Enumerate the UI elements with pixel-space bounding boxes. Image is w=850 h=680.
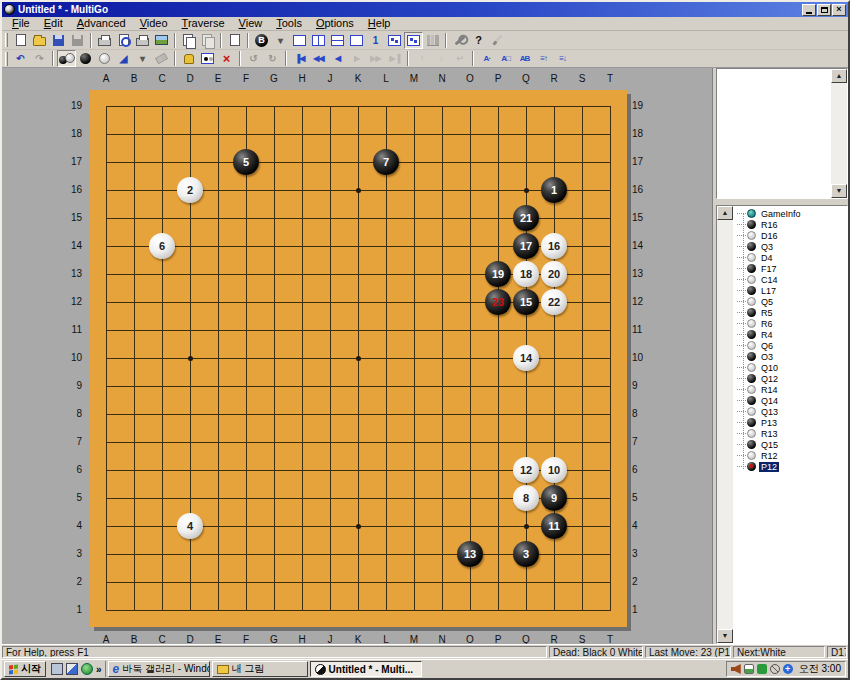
windows-logo-icon: [9, 664, 18, 674]
scroll-down-icon[interactable]: ▼: [831, 184, 847, 198]
tree-item-label: R14: [759, 385, 780, 395]
stone-Q14[interactable]: 17: [513, 233, 539, 259]
stone-number: 10: [548, 464, 560, 476]
status-last-move: Last Move: 23 (P12): [645, 646, 731, 658]
move-stone-icon: [747, 286, 756, 295]
nav-back-10-button[interactable]: ◀◀: [309, 50, 328, 67]
label-square-icon: A□: [501, 54, 510, 63]
print-button[interactable]: [133, 32, 152, 49]
stone-number: 5: [243, 156, 249, 168]
scroll-up-icon[interactable]: ▲: [717, 206, 733, 220]
tree-item-move-15[interactable]: Q12: [737, 373, 847, 384]
layout-split-vertical-icon: [312, 35, 325, 46]
coord-row-right-10: 10: [632, 352, 656, 363]
coord-col-top-M: M: [405, 73, 423, 84]
coord-col-top-B: B: [125, 73, 143, 84]
tree-branch-line: [737, 213, 746, 214]
coord-row-left-6: 6: [54, 464, 82, 475]
layout-single-button[interactable]: [290, 32, 309, 49]
coord-col-top-S: S: [573, 73, 591, 84]
quick-launch-bar: »: [48, 661, 106, 677]
tree-item-move-8[interactable]: Q5: [737, 296, 847, 307]
tree-item-label: R16: [759, 220, 780, 230]
tree-pane-toggle-button[interactable]: [385, 32, 404, 49]
show-desktop-icon[interactable]: [66, 663, 78, 675]
stone-R12[interactable]: 22: [541, 289, 567, 315]
alternate-move-mode-icon: [59, 53, 74, 65]
taskbar-clock: 오전 3:00: [796, 662, 841, 676]
tree-item-move-16[interactable]: R14: [737, 384, 847, 395]
stone-number: 6: [159, 240, 165, 252]
tree-item-move-21[interactable]: Q15: [737, 439, 847, 450]
list-move-up-button[interactable]: ≡↑: [534, 50, 553, 67]
print-setup-button[interactable]: [95, 32, 114, 49]
annotate-pencil-icon: [492, 34, 502, 45]
coord-row-left-3: 3: [54, 548, 82, 559]
save-as-button: [68, 32, 87, 49]
tree-item-label: O3: [759, 352, 775, 362]
coord-row-left-17: 17: [54, 156, 82, 167]
tree-item-gameinfo[interactable]: GameInfo: [737, 208, 847, 219]
label-letter-icon: A∙: [484, 54, 490, 63]
label-square-button[interactable]: A□: [496, 50, 515, 67]
star-point-D10: [188, 356, 193, 361]
restore-icon: [821, 7, 828, 13]
scroll-up-icon[interactable]: ▲: [831, 69, 847, 83]
coord-row-right-16: 16: [632, 184, 656, 195]
stone-C14[interactable]: 6: [149, 233, 175, 259]
coord-row-left-4: 4: [54, 520, 82, 531]
move-stone-icon: [747, 264, 756, 273]
coord-col-bottom-E: E: [209, 634, 227, 644]
open-file-button[interactable]: [30, 32, 49, 49]
tree-item-label: P12: [759, 462, 779, 472]
tree-branch-line: [737, 433, 746, 434]
delete-node-button[interactable]: ×: [217, 50, 236, 67]
comment-text[interactable]: [717, 69, 831, 198]
coord-row-left-10: 10: [54, 352, 82, 363]
toolbar-separator: [247, 33, 249, 48]
status-cursor-coord: D17: [827, 646, 847, 658]
coord-col-top-H: H: [293, 73, 311, 84]
context-help-button[interactable]: ?: [469, 32, 488, 49]
quick-launch-overflow-chevron[interactable]: »: [96, 664, 102, 675]
stone-R4[interactable]: 11: [541, 513, 567, 539]
eraser-icon: [155, 53, 168, 65]
coord-col-top-F: F: [237, 73, 255, 84]
tree-item-move-17[interactable]: Q14: [737, 395, 847, 406]
coord-row-right-19: 19: [632, 100, 656, 111]
stone-R14[interactable]: 16: [541, 233, 567, 259]
coord-col-bottom-A: A: [97, 634, 115, 644]
move-stone-icon: [747, 429, 756, 438]
move-stone-icon: [747, 275, 756, 284]
rotate-ccw-icon: ↺: [249, 53, 257, 64]
coord-col-top-R: R: [545, 73, 563, 84]
task-button-1[interactable]: e바둑 갤러리 - Windo...: [108, 661, 210, 677]
redo-button: ↷: [30, 50, 49, 67]
stone-Q15[interactable]: 21: [513, 205, 539, 231]
stone-number: 19: [492, 268, 504, 280]
export-image-button[interactable]: [152, 32, 171, 49]
stone-numbers-dropdown-icon: ▾: [278, 35, 283, 46]
nav-first-button[interactable]: ▐◀: [290, 50, 309, 67]
tree-branch-line: [737, 378, 746, 379]
coord-col-top-J: J: [321, 73, 339, 84]
layout-split-horizontal-button[interactable]: [328, 32, 347, 49]
move-stone-icon: [747, 297, 756, 306]
stone-R5[interactable]: 9: [541, 485, 567, 511]
stone-number: 15: [520, 296, 532, 308]
move-stone-icon: [747, 385, 756, 394]
stone-number: 7: [383, 156, 389, 168]
task-label: 바둑 갤러리 - Windo...: [122, 662, 209, 676]
coord-col-top-L: L: [377, 73, 395, 84]
tree-branch-line: [737, 411, 746, 412]
coord-col-top-E: E: [209, 73, 227, 84]
nav-back-button[interactable]: ◀: [328, 50, 347, 67]
coord-col-bottom-Q: Q: [517, 634, 535, 644]
redo-icon: ↷: [35, 53, 43, 64]
black-stone-mode-icon: [80, 53, 91, 64]
coord-col-bottom-P: P: [489, 634, 507, 644]
move-stone-icon: [747, 363, 756, 372]
status-dead-count: Dead: Black 0 White 0: [549, 646, 643, 658]
variation-return-icon: ↩: [457, 54, 463, 63]
eraser-button: [152, 50, 171, 67]
menu-advanced[interactable]: Advanced: [70, 17, 133, 30]
layout-split-horizontal-icon: [331, 35, 344, 46]
stone-number: 8: [523, 492, 529, 504]
coord-row-right-15: 15: [632, 212, 656, 223]
white-stone-mode-button[interactable]: [95, 50, 114, 67]
new-file-button[interactable]: [11, 32, 30, 49]
move-stone-icon: [747, 242, 756, 251]
stone-P12[interactable]: 23: [485, 289, 511, 315]
stone-L17[interactable]: 7: [373, 149, 399, 175]
tree-item-move-20[interactable]: R13: [737, 428, 847, 439]
coord-row-left-18: 18: [54, 128, 82, 139]
coord-row-right-11: 11: [632, 324, 656, 335]
layout-plain-button[interactable]: [347, 32, 366, 49]
copy-icon: [183, 34, 195, 47]
coord-col-bottom-J: J: [321, 634, 339, 644]
move-stone-icon: [747, 462, 756, 471]
board-canvas[interactable]: 1234567891011121314151617181920212223 AA…: [2, 68, 712, 644]
menu-options[interactable]: Options: [309, 17, 361, 30]
tree-item-move-3[interactable]: Q3: [737, 241, 847, 252]
nav-forward-10-button: ▶▶: [366, 50, 385, 67]
tree-item-move-11[interactable]: R4: [737, 329, 847, 340]
coord-col-bottom-N: N: [433, 634, 451, 644]
tree-item-label: Q10: [759, 363, 780, 373]
move-stone-icon: [747, 220, 756, 229]
copy-special-icon: [202, 34, 214, 47]
star-point-Q4: [524, 524, 529, 529]
gameinfo-icon: [747, 209, 756, 218]
star-point-K10: [356, 356, 361, 361]
stone-Q12[interactable]: 15: [513, 289, 539, 315]
coord-row-right-2: 2: [632, 576, 656, 587]
tools-setup-button[interactable]: [450, 32, 469, 49]
variation-return-button: ↩: [450, 50, 469, 67]
tree-scrollbar[interactable]: ▲ ▼: [717, 206, 733, 643]
context-help-icon: ?: [475, 34, 482, 46]
coord-col-bottom-C: C: [153, 634, 171, 644]
menu-traverse[interactable]: Traverse: [175, 17, 232, 30]
rotate-ccw-button: ↺: [244, 50, 263, 67]
tree-item-move-22[interactable]: R12: [737, 450, 847, 461]
variation-down-button: ↓: [431, 50, 450, 67]
system-tray: + 오전 3:00: [726, 661, 846, 677]
coord-row-left-8: 8: [54, 408, 82, 419]
tree-item-label: P13: [759, 418, 779, 428]
coord-row-right-13: 13: [632, 268, 656, 279]
stone-R6[interactable]: 10: [541, 457, 567, 483]
move-stone-icon: [747, 440, 756, 449]
layout-split-vertical-button[interactable]: [309, 32, 328, 49]
stone-number: 21: [520, 212, 532, 224]
tree-branch-line: [737, 422, 746, 423]
marker-mode-button[interactable]: ◢: [114, 50, 133, 67]
game-info-button[interactable]: [225, 32, 244, 49]
label-text-button[interactable]: AB: [515, 50, 534, 67]
toolbar-separator: [285, 51, 287, 66]
coord-row-right-12: 12: [632, 296, 656, 307]
stone-Q10[interactable]: 14: [513, 345, 539, 371]
nav-forward-icon: ▶: [354, 54, 359, 63]
coord-col-top-P: P: [489, 73, 507, 84]
print-preview-button[interactable]: [114, 32, 133, 49]
title-bar[interactable]: Untitled * - MultiGo ×: [2, 2, 848, 17]
move-stone-icon: [747, 396, 756, 405]
move-stone-icon: [747, 407, 756, 416]
task-button-2[interactable]: 내 그림: [212, 661, 308, 677]
print-preview-icon: [119, 34, 129, 46]
move-stone-icon: [747, 418, 756, 427]
tree-branch-line: [737, 290, 746, 291]
annotate-pencil-button: [488, 32, 507, 49]
label-letter-button[interactable]: A∙: [477, 50, 496, 67]
volume-icon[interactable]: [731, 664, 741, 674]
tree-branch-line: [737, 356, 746, 357]
stone-number: 1: [551, 184, 557, 196]
stone-number: 20: [548, 268, 560, 280]
tree-item-label: D16: [759, 231, 780, 241]
toolbar-edit-navigate: ↶↷◢▾×↺↻▐◀◀◀◀▶▶▶▶▐↑↓↩A∙A□AB≡↑≡↓: [2, 50, 848, 68]
tree-item-move-1[interactable]: R16: [737, 219, 847, 230]
pass-move-icon: [184, 54, 194, 64]
move-stone-icon: [747, 374, 756, 383]
coord-row-left-11: 11: [54, 324, 82, 335]
status-bar: For Help, press F1 Dead: Black 0 White 0…: [2, 644, 848, 659]
menu-file[interactable]: File: [5, 17, 37, 30]
menu-edit[interactable]: Edit: [37, 17, 70, 30]
menu-view[interactable]: View: [232, 17, 270, 30]
coord-row-right-3: 3: [632, 548, 656, 559]
save-as-icon: [72, 35, 83, 46]
stone-D16[interactable]: 2: [177, 177, 203, 203]
setup-position-button[interactable]: [198, 50, 217, 67]
task-button-3[interactable]: Untitled * - Multi...: [310, 661, 422, 677]
variation-down-icon: ↓: [439, 54, 442, 63]
nav-back-10-icon: ◀◀: [313, 54, 323, 63]
stone-D4[interactable]: 4: [177, 513, 203, 539]
toolbar-standard: B▾1?: [2, 31, 848, 50]
stone-R13[interactable]: 20: [541, 261, 567, 287]
move-tree-list: GameInfoR16D16Q3D4F17C14L17Q5R5R6R4Q6O3Q…: [733, 206, 847, 643]
marker-dropdown-button[interactable]: ▾: [133, 50, 152, 67]
tree-item-label: Q13: [759, 407, 780, 417]
coord-col-bottom-G: G: [265, 634, 283, 644]
move-stone-icon: [747, 319, 756, 328]
tree-item-label: R6: [759, 319, 775, 329]
tree-item-move-9[interactable]: R5: [737, 307, 847, 318]
coord-row-right-17: 17: [632, 156, 656, 167]
coord-row-right-5: 5: [632, 492, 656, 503]
menu-video[interactable]: Video: [133, 17, 175, 30]
multigo-icon: [315, 664, 326, 675]
save-file-button[interactable]: [49, 32, 68, 49]
toolbar-separator: [90, 33, 92, 48]
tree-item-move-5[interactable]: F17: [737, 263, 847, 274]
stone-number: 16: [548, 240, 560, 252]
restore-button[interactable]: [817, 4, 831, 16]
export-image-icon: [155, 35, 168, 45]
tree-item-move-19[interactable]: P13: [737, 417, 847, 428]
menu-help[interactable]: Help: [361, 17, 398, 30]
move-stone-icon: [747, 253, 756, 262]
coord-col-top-D: D: [181, 73, 199, 84]
tree-item-move-7[interactable]: L17: [737, 285, 847, 296]
move-tree-panel[interactable]: ▲ ▼ GameInfoR16D16Q3D4F17C14L17Q5R5R6R4Q…: [716, 205, 848, 644]
close-button[interactable]: ×: [832, 4, 846, 16]
move-stone-icon: [747, 330, 756, 339]
toolbar-separator: [239, 51, 241, 66]
move-stone-icon: [747, 341, 756, 350]
move-number-display-icon: 1: [373, 35, 379, 46]
tree-item-move-12[interactable]: Q6: [737, 340, 847, 351]
antivirus-icon[interactable]: [757, 664, 767, 674]
black-stone-mode-button[interactable]: [76, 50, 95, 67]
stone-R16[interactable]: 1: [541, 177, 567, 203]
stone-Q5[interactable]: 8: [513, 485, 539, 511]
comment-scrollbar[interactable]: ▲ ▼: [831, 69, 847, 198]
stone-number: 14: [520, 352, 532, 364]
scroll-down-icon[interactable]: ▼: [717, 629, 733, 643]
tree-item-label: R13: [759, 429, 780, 439]
start-button[interactable]: 시작: [4, 661, 46, 677]
list-move-up-icon: ≡↑: [540, 54, 547, 63]
tree-item-move-4[interactable]: D4: [737, 252, 847, 263]
stone-number: 9: [551, 492, 557, 504]
input-method-icon[interactable]: [744, 664, 754, 674]
coord-row-left-12: 12: [54, 296, 82, 307]
tree-branch-line: [737, 400, 746, 401]
stone-F17[interactable]: 5: [233, 149, 259, 175]
stone-numbers-dropdown-button[interactable]: ▾: [271, 32, 290, 49]
app-icon: [4, 4, 15, 15]
coord-col-top-C: C: [153, 73, 171, 84]
tree-branch-line: [737, 455, 746, 456]
pass-move-button[interactable]: [179, 50, 198, 67]
stone-Q13[interactable]: 18: [513, 261, 539, 287]
coord-row-right-6: 6: [632, 464, 656, 475]
tree-item-move-18[interactable]: Q13: [737, 406, 847, 417]
task-buttons: e바둑 갤러리 - Windo...내 그림Untitled * - Multi…: [108, 661, 422, 677]
quick-launch-app-icon[interactable]: [51, 663, 63, 675]
multigo-window: Untitled * - MultiGo × FileEditAdvancedV…: [0, 0, 850, 680]
taskbar: 시작 » e바둑 갤러리 - Windo...내 그림Untitled * - …: [2, 659, 848, 678]
toolbar-grip: [5, 33, 8, 47]
coord-col-bottom-K: K: [349, 634, 367, 644]
tree-item-move-14[interactable]: Q10: [737, 362, 847, 373]
stone-Q6[interactable]: 12: [513, 457, 539, 483]
nav-last-button: ▶▐: [385, 50, 404, 67]
coord-col-bottom-H: H: [293, 634, 311, 644]
tools-setup-icon: [454, 35, 465, 45]
tree-item-label: Q14: [759, 396, 780, 406]
comment-panel[interactable]: ▲ ▼: [716, 68, 848, 199]
menu-bar: FileEditAdvancedVideoTraverseViewToolsOp…: [2, 17, 848, 31]
stone-P13[interactable]: 19: [485, 261, 511, 287]
copy-button[interactable]: [179, 32, 198, 49]
star-point-K4: [356, 524, 361, 529]
variation-up-button: ↑: [412, 50, 431, 67]
tree-item-move-13[interactable]: O3: [737, 351, 847, 362]
coord-col-bottom-R: R: [545, 634, 563, 644]
copy-special-button: [198, 32, 217, 49]
coord-col-bottom-F: F: [237, 634, 255, 644]
tree-item-move-10[interactable]: R6: [737, 318, 847, 329]
layout-single-icon: [293, 35, 306, 46]
stone-number: 4: [187, 520, 193, 532]
coord-col-bottom-B: B: [125, 634, 143, 644]
undo-button[interactable]: ↶: [11, 50, 30, 67]
toolbar-separator: [445, 33, 447, 48]
minimize-button[interactable]: [802, 4, 816, 16]
tree-item-label: Q5: [759, 297, 775, 307]
tree-item-move-23[interactable]: P12: [737, 461, 847, 472]
alternate-move-mode-button[interactable]: [57, 50, 76, 67]
tree-item-move-6[interactable]: C14: [737, 274, 847, 285]
status-next-player: Next:White: [733, 646, 825, 658]
rotate-cw-icon: ↻: [268, 53, 276, 64]
print-icon: [136, 38, 149, 46]
coord-row-right-14: 14: [632, 240, 656, 251]
toolbar-separator: [174, 51, 176, 66]
stone-number: 11: [548, 520, 560, 532]
tree-pane-alt-button[interactable]: [404, 32, 423, 49]
tree-item-move-2[interactable]: D16: [737, 230, 847, 241]
move-stone-icon: [747, 308, 756, 317]
move-number-display-button[interactable]: 1: [366, 32, 385, 49]
stone-numbers-toggle-button[interactable]: B: [252, 32, 271, 49]
coord-col-bottom-O: O: [461, 634, 479, 644]
tree-branch-line: [737, 466, 746, 467]
messenger-icon[interactable]: +: [783, 664, 793, 674]
menu-tools[interactable]: Tools: [269, 17, 309, 30]
list-move-down-button[interactable]: ≡↓: [553, 50, 572, 67]
go-board[interactable]: 1234567891011121314151617181920212223: [90, 90, 627, 627]
setup-position-icon: [201, 53, 214, 64]
stone-Q3[interactable]: 3: [513, 541, 539, 567]
quick-launch-browser-icon[interactable]: [81, 663, 93, 675]
tree-item-label: Q6: [759, 341, 775, 351]
scheduler-icon[interactable]: [770, 664, 780, 674]
stone-O3[interactable]: 13: [457, 541, 483, 567]
coord-col-top-T: T: [601, 73, 619, 84]
